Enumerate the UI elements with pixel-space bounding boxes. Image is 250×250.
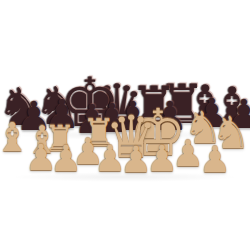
chess-piece-light-pawn: ♟ <box>120 142 152 178</box>
chess-set-photo-stage: ♞♞♚♛♜♜♝♝♟♟♟♟♟♟♟♟♝♝♜♜♛♚♞♞♟♟♟♟♟♟♟♟ <box>0 0 250 250</box>
chess-set-product-photo: ♞♞♚♛♜♜♝♝♟♟♟♟♟♟♟♟♝♝♜♜♛♚♞♞♟♟♟♟♟♟♟♟ <box>0 0 250 250</box>
chess-piece-light-pawn: ♟ <box>199 142 231 178</box>
chess-piece-light-pawn: ♟ <box>50 141 82 177</box>
